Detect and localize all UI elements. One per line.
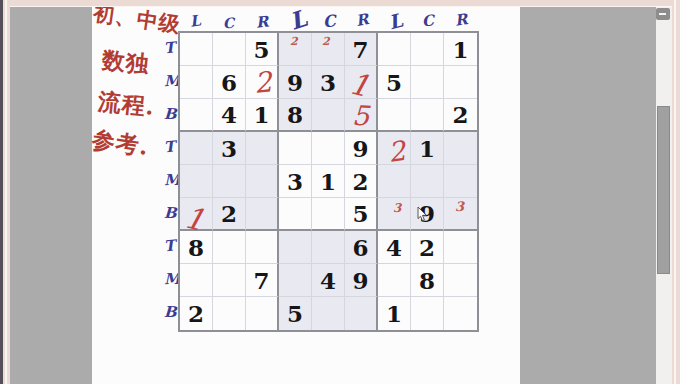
sudoku-cell-r8c1[interactable] xyxy=(180,264,213,297)
sudoku-cell-r5c5[interactable]: 1 xyxy=(312,165,345,198)
sudoku-cell-r3c9[interactable]: 2 xyxy=(444,99,477,132)
sudoku-cell-r3c2[interactable]: 4 xyxy=(213,99,246,132)
sudoku-cell-r5c2[interactable] xyxy=(213,165,246,198)
sudoku-cell-r9c4[interactable]: 5 xyxy=(279,297,312,330)
sudoku-cell-r2c9[interactable] xyxy=(444,66,477,99)
sudoku-board: 5716935418239131225986427498251 xyxy=(178,31,479,332)
sudoku-cell-r7c3[interactable] xyxy=(246,231,279,264)
window-top-border xyxy=(0,0,680,7)
sudoku-cell-r1c8[interactable] xyxy=(411,33,444,66)
sudoku-cell-r1c6[interactable]: 7 xyxy=(345,33,378,66)
sudoku-cell-r4c3[interactable] xyxy=(246,132,279,165)
note-line-3: 流程. xyxy=(97,89,156,118)
sudoku-cell-r3c3[interactable]: 1 xyxy=(246,99,279,132)
sudoku-cell-r5c6[interactable]: 2 xyxy=(345,165,378,198)
scrollbar-up-button[interactable] xyxy=(656,8,670,20)
sudoku-cell-r4c8[interactable]: 1 xyxy=(411,132,444,165)
sudoku-cell-r9c5[interactable] xyxy=(312,297,345,330)
sudoku-cell-r3c1[interactable] xyxy=(180,99,213,132)
window-right-frame xyxy=(672,0,680,384)
sudoku-cell-r5c4[interactable]: 3 xyxy=(279,165,312,198)
sudoku-cell-r2c6[interactable] xyxy=(345,66,378,99)
sudoku-cell-r7c6[interactable]: 6 xyxy=(345,231,378,264)
sudoku-cell-r3c4[interactable]: 8 xyxy=(279,99,312,132)
mouse-cursor xyxy=(417,207,428,222)
sudoku-cell-r6c6[interactable]: 5 xyxy=(345,198,378,231)
sudoku-cell-r4c1[interactable] xyxy=(180,132,213,165)
sudoku-cell-r8c7[interactable] xyxy=(378,264,411,297)
window-left-frame xyxy=(3,0,10,384)
sudoku-cell-r9c8[interactable] xyxy=(411,297,444,330)
sudoku-cell-r7c2[interactable] xyxy=(213,231,246,264)
sudoku-cell-r5c3[interactable] xyxy=(246,165,279,198)
sudoku-cell-r6c2[interactable]: 2 xyxy=(213,198,246,231)
sudoku-cell-r4c6[interactable]: 9 xyxy=(345,132,378,165)
sudoku-cell-r3c5[interactable] xyxy=(312,99,345,132)
app-window: 初、中级 数独 流程. 参考. LCRLCRLCR TMBTMBTMB 5716… xyxy=(0,0,680,384)
note-line-4: 参考. xyxy=(91,127,151,158)
sudoku-cell-r8c6[interactable]: 9 xyxy=(345,264,378,297)
sudoku-cell-r8c2[interactable] xyxy=(213,264,246,297)
sudoku-cell-r9c1[interactable]: 2 xyxy=(180,297,213,330)
sudoku-cell-r3c8[interactable] xyxy=(411,99,444,132)
sudoku-cell-r6c1[interactable] xyxy=(180,198,213,231)
sudoku-cell-r7c7[interactable]: 4 xyxy=(378,231,411,264)
sudoku-cell-r7c8[interactable]: 2 xyxy=(411,231,444,264)
sudoku-cell-r2c3[interactable] xyxy=(246,66,279,99)
sudoku-cell-r9c6[interactable] xyxy=(345,297,378,330)
note-line-2: 数独 xyxy=(101,48,151,76)
sudoku-cell-r2c2[interactable]: 6 xyxy=(213,66,246,99)
sudoku-cell-r6c5[interactable] xyxy=(312,198,345,231)
sudoku-cell-r1c5[interactable] xyxy=(312,33,345,66)
sudoku-cell-r6c4[interactable] xyxy=(279,198,312,231)
sudoku-cell-r1c1[interactable] xyxy=(180,33,213,66)
sudoku-cell-r7c4[interactable] xyxy=(279,231,312,264)
sudoku-cell-r6c9[interactable] xyxy=(444,198,477,231)
sudoku-cell-r8c5[interactable]: 4 xyxy=(312,264,345,297)
sudoku-cell-r6c3[interactable] xyxy=(246,198,279,231)
sudoku-cell-r1c9[interactable]: 1 xyxy=(444,33,477,66)
sudoku-cell-r6c7[interactable] xyxy=(378,198,411,231)
sudoku-cell-r2c8[interactable] xyxy=(411,66,444,99)
sudoku-cell-r7c5[interactable] xyxy=(312,231,345,264)
sudoku-cell-r5c8[interactable] xyxy=(411,165,444,198)
sudoku-cell-r1c3[interactable]: 5 xyxy=(246,33,279,66)
sudoku-cell-r7c9[interactable] xyxy=(444,231,477,264)
sudoku-cell-r5c1[interactable] xyxy=(180,165,213,198)
sudoku-cell-r8c9[interactable] xyxy=(444,264,477,297)
sudoku-cell-r4c4[interactable] xyxy=(279,132,312,165)
sudoku-cell-r8c3[interactable]: 7 xyxy=(246,264,279,297)
sudoku-cell-r2c7[interactable]: 5 xyxy=(378,66,411,99)
sudoku-cell-r9c2[interactable] xyxy=(213,297,246,330)
sudoku-cell-r2c4[interactable]: 9 xyxy=(279,66,312,99)
sudoku-cell-r8c8[interactable]: 8 xyxy=(411,264,444,297)
sudoku-cell-r4c9[interactable] xyxy=(444,132,477,165)
sudoku-cell-r2c5[interactable]: 3 xyxy=(312,66,345,99)
sudoku-cell-r5c7[interactable] xyxy=(378,165,411,198)
sudoku-cell-r5c9[interactable] xyxy=(444,165,477,198)
sudoku-cell-r8c4[interactable] xyxy=(279,264,312,297)
sudoku-cell-r1c4[interactable] xyxy=(279,33,312,66)
sudoku-cell-r9c7[interactable]: 1 xyxy=(378,297,411,330)
sudoku-cell-r1c2[interactable] xyxy=(213,33,246,66)
scrollbar-thumb[interactable] xyxy=(657,106,670,274)
sudoku-cell-r3c7[interactable] xyxy=(378,99,411,132)
sudoku-cell-r4c2[interactable]: 3 xyxy=(213,132,246,165)
sudoku-cell-r7c1[interactable]: 8 xyxy=(180,231,213,264)
sudoku-cell-r4c5[interactable] xyxy=(312,132,345,165)
sudoku-cell-r1c7[interactable] xyxy=(378,33,411,66)
sudoku-cell-r9c3[interactable] xyxy=(246,297,279,330)
sudoku-cell-r4c7[interactable] xyxy=(378,132,411,165)
sudoku-cell-r3c6[interactable] xyxy=(345,99,378,132)
sudoku-cell-r9c9[interactable] xyxy=(444,297,477,330)
sudoku-cell-r2c1[interactable] xyxy=(180,66,213,99)
